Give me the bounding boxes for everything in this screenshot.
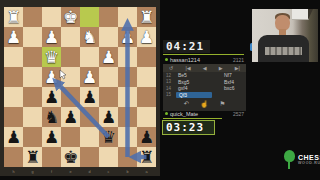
chess-board: ♜♚♜♟♟♞♟♟♛♟♟♟♟♟♞♟♟♟♟♛♟♜♚♜ (4, 7, 156, 167)
square-c4[interactable] (99, 67, 118, 87)
square-e1[interactable]: ♚ (61, 7, 80, 27)
player-bottom-rating: 2527 (233, 111, 246, 117)
square-b6[interactable] (118, 107, 137, 127)
square-a5[interactable] (137, 87, 156, 107)
takeback-icon[interactable]: ↶ (184, 100, 189, 108)
file-label: d (82, 169, 96, 174)
white-piece: ♟ (139, 29, 154, 46)
tree-icon (283, 150, 296, 170)
shirt-print (265, 47, 302, 55)
white-piece: ♟ (101, 49, 116, 66)
clock-progress-bar-top (163, 54, 244, 55)
square-h6[interactable] (4, 107, 23, 127)
player-bottom-row: quick_Mate 2527 (163, 110, 246, 117)
square-b3[interactable] (118, 47, 137, 67)
square-f8[interactable] (42, 147, 61, 167)
file-label: f (44, 169, 58, 174)
square-e6[interactable]: ♟ (61, 107, 80, 127)
white-piece: ♟ (44, 69, 59, 86)
square-b5[interactable] (118, 87, 137, 107)
black-piece: ♟ (82, 89, 97, 106)
logo-line2: WOOD.RU (298, 161, 320, 166)
square-h2[interactable]: ♟ (4, 27, 23, 47)
white-piece: ♟ (82, 69, 97, 86)
square-a8[interactable]: ♜ (137, 147, 156, 167)
square-d1[interactable] (80, 7, 99, 27)
square-f2[interactable]: ♟ (42, 27, 61, 47)
chess-board-frame: ♜♚♜♟♟♞♟♟♛♟♟♟♟♟♞♟♟♟♟♛♟♜♚♜ hgfedcba (0, 0, 160, 176)
square-f1[interactable] (42, 7, 61, 27)
black-piece: ♜ (25, 149, 40, 166)
file-label: e (63, 169, 77, 174)
square-a1[interactable]: ♜ (137, 7, 156, 27)
square-a7[interactable]: ♟ (137, 127, 156, 147)
square-c8[interactable] (99, 147, 118, 167)
square-c1[interactable] (99, 7, 118, 27)
square-g6[interactable] (23, 107, 42, 127)
file-label: a (139, 169, 153, 174)
move-white[interactable]: Be5 (176, 72, 187, 78)
black-piece: ♟ (63, 109, 78, 126)
square-d3[interactable] (80, 47, 99, 67)
square-c3[interactable]: ♟ (99, 47, 118, 67)
square-h4[interactable] (4, 67, 23, 87)
flag-icon[interactable]: ⚑ (219, 100, 225, 108)
stream-frame: ♜♚♜♟♟♞♟♟♛♟♟♟♟♟♞♟♟♟♟♛♟♜♚♜ hgfedcba 04:21 … (0, 0, 320, 180)
square-e2[interactable] (61, 27, 80, 47)
square-c7[interactable]: ♛ (99, 127, 118, 147)
square-b7[interactable] (118, 127, 137, 147)
square-e3[interactable] (61, 47, 80, 67)
online-dot (165, 112, 168, 115)
channel-logo: CHESS WOOD.RU (283, 150, 320, 170)
white-piece: ♜ (139, 9, 154, 26)
move-number: 14 (163, 86, 176, 91)
webcam-feed (252, 9, 318, 62)
move-nav-bar: ↺|◀◀▶▶| (163, 64, 246, 72)
black-piece: ♟ (6, 129, 21, 146)
file-label: h (6, 169, 20, 174)
square-g7[interactable] (23, 127, 42, 147)
file-labels: hgfedcba (4, 168, 156, 174)
move-panel: ↺|◀◀▶▶| 12Be5Nf713Bxg5Bxf414gxf4bxc615Qf… (163, 64, 246, 111)
first-move-icon[interactable]: |◀ (185, 65, 190, 71)
square-f3[interactable]: ♛ (42, 47, 61, 67)
black-piece: ♛ (101, 129, 116, 146)
logo-line1: CHESS (298, 154, 320, 161)
square-c6[interactable]: ♟ (99, 107, 118, 127)
game-actions-bar: ↶☝⚑ (163, 98, 246, 109)
next-move-icon[interactable]: ▶ (219, 65, 223, 71)
square-h7[interactable]: ♟ (4, 127, 23, 147)
square-g1[interactable] (23, 7, 42, 27)
square-b2[interactable]: ♟ (118, 27, 137, 47)
file-label: g (25, 169, 39, 174)
black-piece: ♚ (63, 149, 78, 166)
square-f6[interactable]: ♞ (42, 107, 61, 127)
move-black[interactable]: Bxf4 (222, 79, 234, 85)
clock-progress-bar-bottom (163, 118, 222, 119)
white-piece: ♟ (120, 29, 135, 46)
thumbs-up-icon[interactable]: ☝ (200, 100, 208, 108)
square-d2[interactable]: ♞ (80, 27, 99, 47)
clock-black-active: 03:23 (162, 120, 215, 135)
move-white[interactable]: gxf4 (176, 85, 187, 91)
square-a2[interactable]: ♟ (137, 27, 156, 47)
square-h8[interactable] (4, 147, 23, 167)
move-black[interactable]: Nf7 (222, 72, 232, 78)
square-e8[interactable]: ♚ (61, 147, 80, 167)
square-c5[interactable] (99, 87, 118, 107)
black-piece: ♞ (44, 109, 59, 126)
square-g8[interactable]: ♜ (23, 147, 42, 167)
square-g4[interactable] (23, 67, 42, 87)
player-bottom-name[interactable]: quick_Mate (170, 111, 198, 117)
white-piece: ♟ (6, 29, 21, 46)
clock-white: 04:21 (163, 40, 210, 53)
prev-move-icon[interactable]: ◀ (203, 65, 207, 71)
square-g3[interactable] (23, 47, 42, 67)
square-b8[interactable] (118, 147, 137, 167)
square-g2[interactable] (23, 27, 42, 47)
black-piece: ♟ (44, 89, 59, 106)
move-number: 12 (163, 73, 176, 78)
move-list: 12Be5Nf713Bxg5Bxf414gxf4bxc615Qf3 (163, 72, 246, 98)
square-e7[interactable] (61, 127, 80, 147)
square-a4[interactable] (137, 67, 156, 87)
white-piece: ♛ (44, 49, 59, 66)
square-a6[interactable] (137, 107, 156, 127)
move-number: 15 (163, 92, 176, 97)
move-white[interactable]: Bxg5 (176, 79, 189, 85)
player-top-name[interactable]: hassan1214 (170, 57, 200, 63)
player-top-row: hassan1214 2121 (163, 56, 246, 63)
black-piece: ♟ (139, 129, 154, 146)
flip-board-icon[interactable]: ↺ (169, 65, 173, 71)
square-h3[interactable] (4, 47, 23, 67)
background-cabinet (292, 9, 309, 20)
white-piece: ♟ (44, 29, 59, 46)
white-piece: ♜ (6, 9, 21, 26)
last-move-icon[interactable]: ▶| (235, 65, 240, 71)
white-piece: ♞ (82, 29, 97, 46)
player-top-rating: 2121 (233, 57, 246, 63)
square-h1[interactable]: ♜ (4, 7, 23, 27)
square-d4[interactable]: ♟ (80, 67, 99, 87)
move-white[interactable]: Qf3 (176, 92, 212, 98)
square-h5[interactable] (4, 87, 23, 107)
move-black[interactable]: bxc6 (222, 85, 235, 91)
move-number: 13 (163, 79, 176, 84)
file-label: c (101, 169, 115, 174)
square-d8[interactable] (80, 147, 99, 167)
square-d7[interactable] (80, 127, 99, 147)
square-c2[interactable] (99, 27, 118, 47)
square-d5[interactable]: ♟ (80, 87, 99, 107)
square-d6[interactable] (80, 107, 99, 127)
black-piece: ♟ (44, 129, 59, 146)
square-a3[interactable] (137, 47, 156, 67)
black-piece: ♟ (101, 109, 116, 126)
square-f4[interactable]: ♟ (42, 67, 61, 87)
square-f5[interactable]: ♟ (42, 87, 61, 107)
square-f7[interactable]: ♟ (42, 127, 61, 147)
square-b1[interactable] (118, 7, 137, 27)
white-piece: ♚ (63, 9, 78, 26)
square-e4[interactable] (61, 67, 80, 87)
square-g5[interactable] (23, 87, 42, 107)
square-b4[interactable] (118, 67, 137, 87)
black-piece: ♜ (139, 149, 154, 166)
file-label: b (120, 169, 134, 174)
square-e5[interactable] (61, 87, 80, 107)
online-dot (165, 58, 168, 61)
